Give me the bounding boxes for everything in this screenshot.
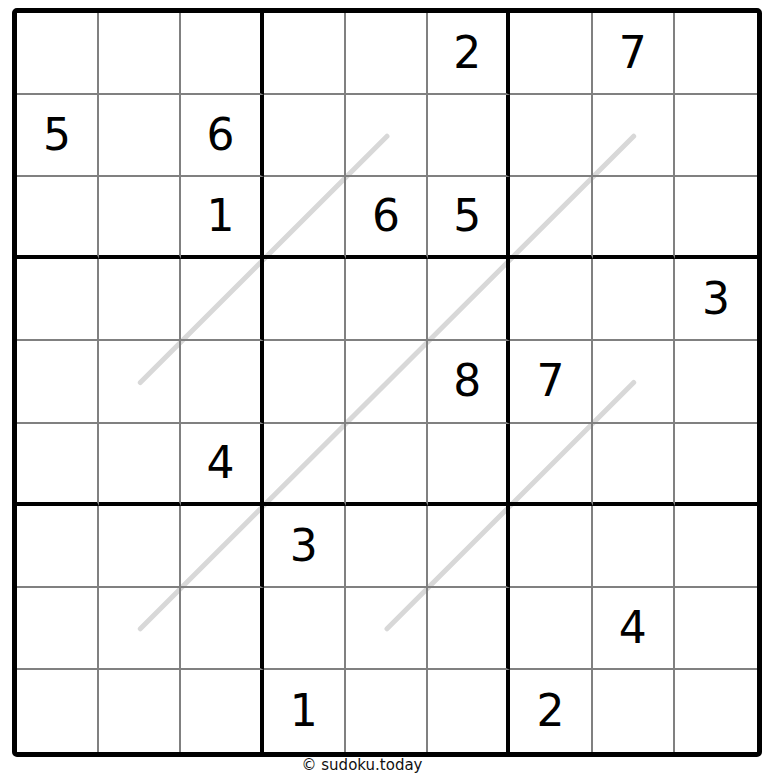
cell-r5c3[interactable] [181, 341, 263, 423]
cell-r8c8[interactable]: 4 [593, 588, 675, 670]
cell-r7c8[interactable] [593, 506, 675, 588]
cell-r2c8[interactable] [593, 95, 675, 177]
cell-r2c7[interactable] [510, 95, 592, 177]
cell-r2c5[interactable] [346, 95, 428, 177]
cell-r8c3[interactable] [181, 588, 263, 670]
cell-r6c2[interactable] [99, 424, 181, 506]
cell-r6c3[interactable]: 4 [181, 424, 263, 506]
cell-r6c5[interactable] [346, 424, 428, 506]
cell-r7c1[interactable] [17, 506, 99, 588]
cell-r8c1[interactable] [17, 588, 99, 670]
cell-r9c3[interactable] [181, 670, 263, 752]
cell-r7c3[interactable] [181, 506, 263, 588]
cell-r9c5[interactable] [346, 670, 428, 752]
cell-r4c4[interactable] [264, 259, 346, 341]
cell-r4c6[interactable] [428, 259, 510, 341]
cell-r4c8[interactable] [593, 259, 675, 341]
cell-r8c4[interactable] [264, 588, 346, 670]
sudoku-board: 275616538743412 [12, 8, 762, 757]
cell-r9c1[interactable] [17, 670, 99, 752]
cell-r9c7[interactable]: 2 [510, 670, 592, 752]
cell-r5c2[interactable] [99, 341, 181, 423]
cell-r3c4[interactable] [264, 177, 346, 259]
cell-r7c2[interactable] [99, 506, 181, 588]
cell-r2c2[interactable] [99, 95, 181, 177]
cell-r9c4[interactable]: 1 [264, 670, 346, 752]
cell-r9c2[interactable] [99, 670, 181, 752]
cell-r5c8[interactable] [593, 341, 675, 423]
cell-r5c4[interactable] [264, 341, 346, 423]
cell-r1c1[interactable] [17, 13, 99, 95]
cell-r3c1[interactable] [17, 177, 99, 259]
cell-r4c9[interactable]: 3 [675, 259, 757, 341]
cell-r3c8[interactable] [593, 177, 675, 259]
cell-r1c3[interactable] [181, 13, 263, 95]
cell-r9c8[interactable] [593, 670, 675, 752]
cell-r1c9[interactable] [675, 13, 757, 95]
cell-r3c7[interactable] [510, 177, 592, 259]
cell-r6c9[interactable] [675, 424, 757, 506]
cell-r4c5[interactable] [346, 259, 428, 341]
cell-r6c4[interactable] [264, 424, 346, 506]
cell-r2c1[interactable]: 5 [17, 95, 99, 177]
cell-r7c4[interactable]: 3 [264, 506, 346, 588]
cell-r6c7[interactable] [510, 424, 592, 506]
cell-r3c5[interactable]: 6 [346, 177, 428, 259]
cell-r1c8[interactable]: 7 [593, 13, 675, 95]
cell-r7c5[interactable] [346, 506, 428, 588]
cell-r4c3[interactable] [181, 259, 263, 341]
cell-r2c4[interactable] [264, 95, 346, 177]
cell-r8c2[interactable] [99, 588, 181, 670]
sudoku-grid: 275616538743412 [17, 13, 757, 752]
puzzle-page: 275616538743412 © sudoku.today [0, 0, 767, 777]
cell-r8c9[interactable] [675, 588, 757, 670]
cell-r6c6[interactable] [428, 424, 510, 506]
cell-r1c2[interactable] [99, 13, 181, 95]
copyright-text: © sudoku.today [12, 756, 712, 774]
cell-r6c1[interactable] [17, 424, 99, 506]
cell-r9c9[interactable] [675, 670, 757, 752]
cell-r5c5[interactable] [346, 341, 428, 423]
cell-r4c1[interactable] [17, 259, 99, 341]
cell-r6c8[interactable] [593, 424, 675, 506]
cell-r5c7[interactable]: 7 [510, 341, 592, 423]
cell-r7c6[interactable] [428, 506, 510, 588]
cell-r7c9[interactable] [675, 506, 757, 588]
cell-r1c7[interactable] [510, 13, 592, 95]
cell-r4c2[interactable] [99, 259, 181, 341]
cell-r2c3[interactable]: 6 [181, 95, 263, 177]
cell-r3c9[interactable] [675, 177, 757, 259]
cell-r5c6[interactable]: 8 [428, 341, 510, 423]
cell-r1c6[interactable]: 2 [428, 13, 510, 95]
cell-r2c6[interactable] [428, 95, 510, 177]
cell-r3c2[interactable] [99, 177, 181, 259]
cell-r1c5[interactable] [346, 13, 428, 95]
cell-r8c7[interactable] [510, 588, 592, 670]
cell-r2c9[interactable] [675, 95, 757, 177]
cell-r5c9[interactable] [675, 341, 757, 423]
cell-r1c4[interactable] [264, 13, 346, 95]
cell-r3c6[interactable]: 5 [428, 177, 510, 259]
cell-r5c1[interactable] [17, 341, 99, 423]
cell-r8c6[interactable] [428, 588, 510, 670]
cell-r7c7[interactable] [510, 506, 592, 588]
cell-r4c7[interactable] [510, 259, 592, 341]
cell-r9c6[interactable] [428, 670, 510, 752]
cell-r3c3[interactable]: 1 [181, 177, 263, 259]
cell-r8c5[interactable] [346, 588, 428, 670]
